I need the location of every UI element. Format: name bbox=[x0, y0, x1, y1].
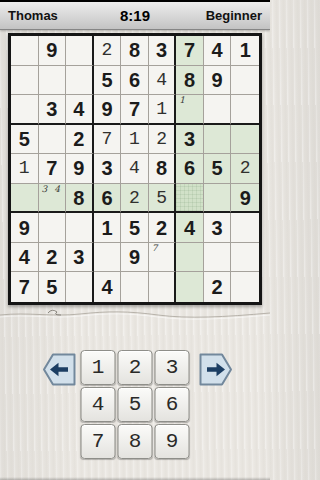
given-digit: 3 bbox=[101, 158, 112, 178]
cell-r1c1[interactable] bbox=[11, 36, 39, 66]
given-digit: 8 bbox=[73, 188, 84, 208]
given-digit: 9 bbox=[240, 188, 251, 208]
cell-r2c8[interactable]: 9 bbox=[204, 66, 232, 96]
cell-r6c9[interactable]: 9 bbox=[231, 184, 259, 214]
given-digit: 7 bbox=[46, 158, 57, 178]
pencil-marks: 1 bbox=[179, 96, 187, 105]
cell-r5c9[interactable]: 2 bbox=[231, 154, 259, 184]
cell-r8c9[interactable] bbox=[231, 243, 259, 273]
given-digit: 5 bbox=[19, 129, 30, 149]
numpad-button-7[interactable]: 7 bbox=[81, 424, 116, 459]
given-digit: 1 bbox=[240, 40, 251, 60]
numpad-button-8[interactable]: 8 bbox=[118, 424, 153, 459]
cell-r9c9[interactable] bbox=[231, 272, 259, 302]
cell-r3c9[interactable] bbox=[231, 95, 259, 125]
given-digit: 5 bbox=[46, 277, 57, 297]
given-digit: 1 bbox=[101, 218, 112, 238]
cell-r7c3[interactable] bbox=[66, 213, 94, 243]
cell-r9c1[interactable]: 7 bbox=[11, 272, 39, 302]
user-digit: 1 bbox=[156, 100, 167, 118]
cell-r9c8[interactable]: 2 bbox=[204, 272, 232, 302]
cell-r2c2[interactable] bbox=[39, 66, 67, 96]
cell-r7c4[interactable]: 1 bbox=[94, 213, 122, 243]
given-digit: 7 bbox=[184, 40, 195, 60]
given-digit: 3 bbox=[73, 247, 84, 267]
numpad-button-6[interactable]: 6 bbox=[155, 387, 190, 422]
given-digit: 3 bbox=[156, 40, 167, 60]
cell-r8c7[interactable] bbox=[176, 243, 204, 273]
given-digit: 2 bbox=[156, 218, 167, 238]
cell-r8c5[interactable]: 9 bbox=[121, 243, 149, 273]
cell-r7c9[interactable] bbox=[231, 213, 259, 243]
cell-r2c3[interactable] bbox=[66, 66, 94, 96]
cell-r2c1[interactable] bbox=[11, 66, 39, 96]
cell-r6c1[interactable] bbox=[11, 184, 39, 214]
cell-r6c6[interactable]: 5 bbox=[149, 184, 177, 214]
cell-r4c4[interactable]: 7 bbox=[94, 125, 122, 155]
cell-r3c6[interactable]: 1 bbox=[149, 95, 177, 125]
cell-r6c4[interactable]: 6 bbox=[94, 184, 122, 214]
given-digit: 5 bbox=[101, 70, 112, 90]
user-digit: 2 bbox=[156, 130, 167, 148]
user-digit: 2 bbox=[102, 41, 113, 59]
numpad-button-5[interactable]: 5 bbox=[118, 387, 153, 422]
next-arrow-button[interactable] bbox=[197, 351, 234, 388]
given-digit: 3 bbox=[46, 99, 57, 119]
cell-r1c4[interactable]: 2 bbox=[94, 36, 122, 66]
given-digit: 9 bbox=[73, 158, 84, 178]
paper-crease bbox=[0, 306, 270, 322]
user-digit: 1 bbox=[129, 130, 140, 148]
user-digit: 1 bbox=[19, 159, 30, 177]
cell-r1c8[interactable]: 4 bbox=[204, 36, 232, 66]
given-digit: 8 bbox=[184, 70, 195, 90]
difficulty-label: Beginner bbox=[206, 8, 262, 23]
cell-r9c5[interactable] bbox=[121, 272, 149, 302]
cell-r5c3[interactable]: 9 bbox=[66, 154, 94, 184]
left-arrow-icon bbox=[41, 351, 78, 388]
cell-r8c4[interactable] bbox=[94, 243, 122, 273]
user-digit: 4 bbox=[129, 159, 140, 177]
cell-r3c1[interactable] bbox=[11, 95, 39, 125]
sudoku-board: 9283741564893497115271231793486523 48625… bbox=[8, 33, 262, 305]
cell-r1c9[interactable]: 1 bbox=[231, 36, 259, 66]
cell-r6c2[interactable]: 3 4 bbox=[39, 184, 67, 214]
cell-r3c2[interactable]: 3 bbox=[39, 95, 67, 125]
cell-r4c6[interactable]: 2 bbox=[149, 125, 177, 155]
given-digit: 5 bbox=[212, 158, 223, 178]
given-digit: 3 bbox=[212, 218, 223, 238]
cell-r3c3[interactable]: 4 bbox=[66, 95, 94, 125]
given-digit: 9 bbox=[46, 40, 57, 60]
number-pad: 1 2 3 4 5 6 7 8 9 bbox=[81, 350, 190, 459]
numpad-button-3[interactable]: 3 bbox=[155, 350, 190, 385]
cell-r5c6[interactable]: 8 bbox=[149, 154, 177, 184]
cell-r3c4[interactable]: 9 bbox=[94, 95, 122, 125]
cell-r6c5[interactable]: 2 bbox=[121, 184, 149, 214]
top-bar: Thomas 8:19 Beginner bbox=[0, 2, 270, 30]
given-digit: 4 bbox=[212, 40, 223, 60]
given-digit: 6 bbox=[101, 188, 112, 208]
given-digit: 9 bbox=[19, 218, 30, 238]
numpad-button-2[interactable]: 2 bbox=[118, 350, 153, 385]
cell-r8c3[interactable]: 3 bbox=[66, 243, 94, 273]
cell-r8c6[interactable]: 7 bbox=[149, 243, 177, 273]
given-digit: 7 bbox=[129, 99, 140, 119]
given-digit: 6 bbox=[184, 158, 195, 178]
cell-r4c5[interactable]: 1 bbox=[121, 125, 149, 155]
cell-r6c3[interactable]: 8 bbox=[66, 184, 94, 214]
user-digit: 4 bbox=[156, 71, 167, 89]
given-digit: 2 bbox=[46, 247, 57, 267]
prev-arrow-button[interactable] bbox=[41, 351, 78, 388]
numpad-button-9[interactable]: 9 bbox=[155, 424, 190, 459]
cell-r8c2[interactable]: 2 bbox=[39, 243, 67, 273]
given-digit: 2 bbox=[212, 277, 223, 297]
cell-r7c1[interactable]: 9 bbox=[11, 213, 39, 243]
given-digit: 8 bbox=[156, 158, 167, 178]
given-digit: 8 bbox=[129, 40, 140, 60]
cell-r5c7[interactable]: 6 bbox=[176, 154, 204, 184]
cell-r1c7[interactable]: 7 bbox=[176, 36, 204, 66]
cell-r6c8[interactable] bbox=[204, 184, 232, 214]
cell-r9c3[interactable] bbox=[66, 272, 94, 302]
cell-r5c2[interactable]: 7 bbox=[39, 154, 67, 184]
given-digit: 6 bbox=[129, 70, 140, 90]
cell-r9c6[interactable] bbox=[149, 272, 177, 302]
cell-r6c7[interactable] bbox=[176, 184, 204, 214]
player-name: Thomas bbox=[8, 8, 58, 23]
given-digit: 9 bbox=[129, 247, 140, 267]
cell-r1c6[interactable]: 3 bbox=[149, 36, 177, 66]
cell-r5c5[interactable]: 4 bbox=[121, 154, 149, 184]
given-digit: 9 bbox=[101, 99, 112, 119]
cell-r1c2[interactable]: 9 bbox=[39, 36, 67, 66]
right-arrow-icon bbox=[197, 351, 234, 388]
user-digit: 2 bbox=[240, 159, 251, 177]
given-digit: 2 bbox=[73, 129, 84, 149]
cell-r5c4[interactable]: 3 bbox=[94, 154, 122, 184]
cell-r3c8[interactable] bbox=[204, 95, 232, 125]
numpad-button-1[interactable]: 1 bbox=[81, 350, 116, 385]
cell-r5c8[interactable]: 5 bbox=[204, 154, 232, 184]
cell-r9c7[interactable] bbox=[176, 272, 204, 302]
given-digit: 4 bbox=[184, 218, 195, 238]
user-digit: 7 bbox=[102, 130, 113, 148]
given-digit: 3 bbox=[184, 129, 195, 149]
cell-r2c5[interactable]: 6 bbox=[121, 66, 149, 96]
cell-r5c1[interactable]: 1 bbox=[11, 154, 39, 184]
cell-r4c9[interactable] bbox=[231, 125, 259, 155]
given-digit: 7 bbox=[19, 277, 30, 297]
given-digit: 4 bbox=[101, 277, 112, 297]
cell-r4c8[interactable] bbox=[204, 125, 232, 155]
given-digit: 4 bbox=[19, 247, 30, 267]
cell-r2c9[interactable] bbox=[231, 66, 259, 96]
user-digit: 2 bbox=[129, 189, 140, 207]
cell-r9c4[interactable]: 4 bbox=[94, 272, 122, 302]
cell-r4c3[interactable]: 2 bbox=[66, 125, 94, 155]
cell-r7c5[interactable]: 5 bbox=[121, 213, 149, 243]
given-digit: 4 bbox=[73, 99, 84, 119]
cell-r7c2[interactable] bbox=[39, 213, 67, 243]
cell-r2c4[interactable]: 5 bbox=[94, 66, 122, 96]
cell-r7c8[interactable]: 3 bbox=[204, 213, 232, 243]
given-digit: 9 bbox=[212, 70, 223, 90]
cell-r4c1[interactable]: 5 bbox=[11, 125, 39, 155]
cell-r3c5[interactable]: 7 bbox=[121, 95, 149, 125]
cell-r1c3[interactable] bbox=[66, 36, 94, 66]
cell-r7c7[interactable]: 4 bbox=[176, 213, 204, 243]
pencil-marks: 3 4 bbox=[42, 185, 62, 194]
cell-r4c2[interactable] bbox=[39, 125, 67, 155]
cell-r4c7[interactable]: 3 bbox=[176, 125, 204, 155]
given-digit: 5 bbox=[129, 218, 140, 238]
cell-r7c6[interactable]: 2 bbox=[149, 213, 177, 243]
cell-r9c2[interactable]: 5 bbox=[39, 272, 67, 302]
cell-r8c1[interactable]: 4 bbox=[11, 243, 39, 273]
cell-r1c5[interactable]: 8 bbox=[121, 36, 149, 66]
user-digit: 5 bbox=[156, 189, 167, 207]
numpad-button-4[interactable]: 4 bbox=[81, 387, 116, 422]
pencil-marks: 7 bbox=[152, 244, 160, 253]
cell-r2c7[interactable]: 8 bbox=[176, 66, 204, 96]
cell-r3c7[interactable]: 1 bbox=[176, 95, 204, 125]
cell-r8c8[interactable] bbox=[204, 243, 232, 273]
cell-r2c6[interactable]: 4 bbox=[149, 66, 177, 96]
